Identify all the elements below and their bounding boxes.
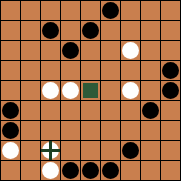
cell-r7-c4[interactable] [81, 141, 100, 160]
cell-r2-c5[interactable] [101, 41, 120, 60]
cell-r7-c7[interactable] [141, 141, 160, 160]
cell-r6-c4[interactable] [81, 121, 100, 140]
cell-r2-c7[interactable] [141, 41, 160, 60]
cell-r4-c1[interactable] [21, 81, 40, 100]
cell-r6-c5[interactable] [101, 121, 120, 140]
cell-r6-c7[interactable] [141, 121, 160, 140]
cell-r3-c3[interactable] [61, 61, 80, 80]
black-stone [82, 22, 99, 39]
cell-r4-c4[interactable] [81, 81, 100, 100]
black-stone [102, 2, 119, 19]
cell-r3-c7[interactable] [141, 61, 160, 80]
white-stone [122, 82, 139, 99]
cell-r2-c6[interactable] [121, 41, 140, 60]
cell-r0-c1[interactable] [21, 1, 40, 20]
black-stone [122, 142, 139, 159]
cell-r5-c6[interactable] [121, 101, 140, 120]
cell-r2-c4[interactable] [81, 41, 100, 60]
cell-r7-c6[interactable] [121, 141, 140, 160]
cell-r0-c4[interactable] [81, 1, 100, 20]
cell-r1-c1[interactable] [21, 21, 40, 40]
cell-r4-c3[interactable] [61, 81, 80, 100]
cell-r8-c2[interactable] [41, 161, 60, 180]
cell-r0-c5[interactable] [101, 1, 120, 20]
cell-r3-c8[interactable] [161, 61, 180, 80]
cell-r8-c6[interactable] [121, 161, 140, 180]
cell-r7-c8[interactable] [161, 141, 180, 160]
cell-r4-c5[interactable] [101, 81, 120, 100]
cell-r5-c2[interactable] [41, 101, 60, 120]
cell-r4-c7[interactable] [141, 81, 160, 100]
cell-r5-c1[interactable] [21, 101, 40, 120]
cell-r5-c0[interactable] [1, 101, 20, 120]
cell-r7-c0[interactable] [1, 141, 20, 160]
cell-r1-c6[interactable] [121, 21, 140, 40]
cell-r8-c1[interactable] [21, 161, 40, 180]
cell-r1-c0[interactable] [1, 21, 20, 40]
cell-r8-c3[interactable] [61, 161, 80, 180]
white-stone [2, 142, 19, 159]
cell-r1-c3[interactable] [61, 21, 80, 40]
cell-r3-c0[interactable] [1, 61, 20, 80]
cell-r0-c2[interactable] [41, 1, 60, 20]
cell-r1-c4[interactable] [81, 21, 100, 40]
cell-r6-c0[interactable] [1, 121, 20, 140]
cell-r1-c7[interactable] [141, 21, 160, 40]
cell-r4-c2[interactable] [41, 81, 60, 100]
cell-r8-c8[interactable] [161, 161, 180, 180]
cell-r7-c1[interactable] [21, 141, 40, 160]
game-board [0, 0, 181, 181]
cell-r8-c5[interactable] [101, 161, 120, 180]
cell-r8-c0[interactable] [1, 161, 20, 180]
cell-r2-c0[interactable] [1, 41, 20, 60]
black-stone [62, 42, 79, 59]
cell-r6-c8[interactable] [161, 121, 180, 140]
cell-r7-c5[interactable] [101, 141, 120, 160]
cell-r0-c8[interactable] [161, 1, 180, 20]
black-stone [142, 102, 159, 119]
cell-r5-c7[interactable] [141, 101, 160, 120]
cell-r3-c6[interactable] [121, 61, 140, 80]
black-stone [42, 22, 59, 39]
cell-r4-c6[interactable] [121, 81, 140, 100]
cell-r8-c4[interactable] [81, 161, 100, 180]
cell-r1-c2[interactable] [41, 21, 60, 40]
cell-r4-c8[interactable] [161, 81, 180, 100]
cell-r1-c8[interactable] [161, 21, 180, 40]
cell-r2-c2[interactable] [41, 41, 60, 60]
cell-r2-c8[interactable] [161, 41, 180, 60]
cell-r6-c3[interactable] [61, 121, 80, 140]
white-stone [42, 82, 59, 99]
cell-r0-c7[interactable] [141, 1, 160, 20]
cell-r6-c1[interactable] [21, 121, 40, 140]
cell-r3-c5[interactable] [101, 61, 120, 80]
cell-r7-c3[interactable] [61, 141, 80, 160]
cell-r5-c3[interactable] [61, 101, 80, 120]
cell-r3-c2[interactable] [41, 61, 60, 80]
target-square [83, 83, 98, 98]
cell-r5-c8[interactable] [161, 101, 180, 120]
cell-r4-c0[interactable] [1, 81, 20, 100]
cell-r8-c7[interactable] [141, 161, 160, 180]
black-stone [162, 62, 179, 79]
cell-r3-c1[interactable] [21, 61, 40, 80]
cell-r7-c2[interactable] [41, 141, 60, 160]
cell-r2-c1[interactable] [21, 41, 40, 60]
cell-r0-c0[interactable] [1, 1, 20, 20]
cell-r3-c4[interactable] [81, 61, 100, 80]
white-stone [62, 82, 79, 99]
cell-r1-c5[interactable] [101, 21, 120, 40]
cell-r6-c2[interactable] [41, 121, 60, 140]
cell-r2-c3[interactable] [61, 41, 80, 60]
cell-r5-c4[interactable] [81, 101, 100, 120]
black-stone [2, 122, 19, 139]
cell-r0-c6[interactable] [121, 1, 140, 20]
white-stone [42, 162, 59, 179]
black-stone [62, 162, 79, 179]
cell-r5-c5[interactable] [101, 101, 120, 120]
cross-marker [41, 149, 60, 152]
black-stone [2, 102, 19, 119]
cell-r6-c6[interactable] [121, 121, 140, 140]
black-stone [102, 162, 119, 179]
cell-r0-c3[interactable] [61, 1, 80, 20]
black-stone [162, 82, 179, 99]
white-stone [122, 42, 139, 59]
black-stone [82, 162, 99, 179]
